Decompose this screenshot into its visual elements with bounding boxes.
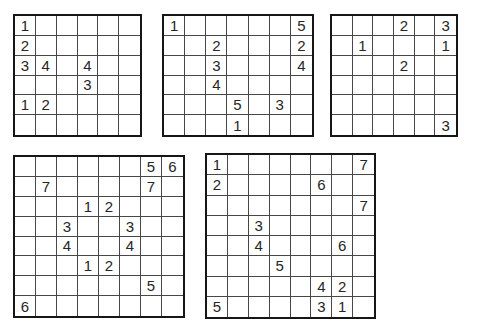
empty-cell[interactable] — [270, 36, 291, 56]
empty-cell[interactable] — [78, 16, 99, 36]
clue-cell[interactable]: 3 — [120, 217, 141, 237]
empty-cell[interactable] — [78, 276, 99, 296]
numberlink-board-bottom-left: 56771233441256 — [13, 155, 185, 318]
empty-cell[interactable] — [36, 115, 57, 135]
clue-cell[interactable]: 3 — [270, 95, 291, 115]
empty-cell[interactable] — [291, 115, 312, 135]
empty-cell[interactable] — [36, 217, 57, 237]
empty-cell[interactable] — [394, 36, 415, 56]
clue-cell[interactable]: 6 — [162, 157, 183, 177]
empty-cell[interactable] — [36, 76, 57, 96]
empty-cell[interactable] — [332, 155, 353, 175]
empty-cell[interactable] — [78, 177, 99, 197]
empty-cell[interactable] — [249, 175, 270, 195]
empty-cell[interactable] — [185, 36, 206, 56]
empty-cell[interactable] — [162, 217, 183, 237]
empty-cell[interactable] — [57, 56, 78, 76]
empty-cell[interactable] — [141, 217, 162, 237]
empty-cell[interactable] — [57, 16, 78, 36]
clue-cell[interactable]: 6 — [15, 296, 36, 316]
empty-cell[interactable] — [291, 236, 312, 256]
empty-cell[interactable] — [78, 157, 99, 177]
empty-cell[interactable] — [162, 276, 183, 296]
empty-cell[interactable] — [311, 196, 332, 216]
empty-cell[interactable] — [228, 155, 249, 175]
empty-cell[interactable] — [36, 197, 57, 217]
empty-cell[interactable] — [353, 16, 374, 36]
numberlink-board-top-right: 231123 — [330, 14, 458, 137]
empty-cell[interactable] — [270, 216, 291, 236]
empty-cell[interactable] — [291, 95, 312, 115]
empty-cell[interactable] — [57, 197, 78, 217]
clue-cell[interactable]: 2 — [36, 95, 57, 115]
empty-cell[interactable] — [270, 236, 291, 256]
clue-cell[interactable]: 5 — [291, 16, 312, 36]
empty-cell[interactable] — [332, 175, 353, 195]
empty-cell[interactable] — [332, 95, 353, 115]
empty-cell[interactable] — [164, 95, 185, 115]
empty-cell[interactable] — [291, 277, 312, 297]
empty-cell[interactable] — [78, 237, 99, 257]
empty-cell[interactable] — [120, 276, 141, 296]
empty-cell[interactable] — [99, 276, 120, 296]
empty-cell[interactable] — [332, 256, 353, 276]
empty-cell[interactable] — [332, 56, 353, 76]
clue-cell[interactable]: 1 — [227, 115, 248, 135]
empty-cell[interactable] — [291, 196, 312, 216]
clue-cell[interactable]: 1 — [78, 256, 99, 276]
clue-cell[interactable]: 2 — [207, 175, 228, 195]
clue-cell[interactable]: 2 — [206, 36, 227, 56]
empty-cell[interactable] — [227, 76, 248, 96]
empty-cell[interactable] — [162, 296, 183, 316]
empty-cell[interactable] — [57, 76, 78, 96]
empty-cell[interactable] — [119, 16, 140, 36]
empty-cell[interactable] — [98, 36, 119, 56]
empty-cell[interactable] — [394, 115, 415, 135]
empty-cell[interactable] — [270, 175, 291, 195]
empty-cell[interactable] — [394, 95, 415, 115]
clue-cell[interactable]: 5 — [270, 256, 291, 276]
empty-cell[interactable] — [270, 115, 291, 135]
clue-cell[interactable]: 2 — [332, 277, 353, 297]
empty-cell[interactable] — [291, 297, 312, 317]
empty-cell[interactable] — [249, 56, 270, 76]
empty-cell[interactable] — [120, 256, 141, 276]
empty-cell[interactable] — [36, 36, 57, 56]
empty-cell[interactable] — [119, 95, 140, 115]
empty-cell[interactable] — [99, 237, 120, 257]
empty-cell[interactable] — [249, 256, 270, 276]
empty-cell[interactable] — [270, 16, 291, 36]
empty-cell[interactable] — [311, 236, 332, 256]
empty-cell[interactable] — [227, 16, 248, 36]
empty-cell[interactable] — [162, 256, 183, 276]
empty-cell[interactable] — [206, 115, 227, 135]
empty-cell[interactable] — [270, 56, 291, 76]
clue-cell[interactable]: 2 — [291, 36, 312, 56]
empty-cell[interactable] — [353, 175, 374, 195]
clue-cell[interactable]: 1 — [332, 297, 353, 317]
empty-cell[interactable] — [206, 16, 227, 36]
empty-cell[interactable] — [57, 296, 78, 316]
empty-cell[interactable] — [332, 36, 353, 56]
clue-cell[interactable]: 6 — [311, 175, 332, 195]
empty-cell[interactable] — [373, 115, 394, 135]
empty-cell[interactable] — [207, 196, 228, 216]
empty-cell[interactable] — [36, 296, 57, 316]
empty-cell[interactable] — [185, 76, 206, 96]
empty-cell[interactable] — [227, 36, 248, 56]
empty-cell[interactable] — [291, 216, 312, 236]
clue-cell[interactable]: 1 — [207, 155, 228, 175]
empty-cell[interactable] — [15, 256, 36, 276]
empty-cell[interactable] — [332, 16, 353, 36]
clue-cell[interactable]: 7 — [353, 196, 374, 216]
empty-cell[interactable] — [332, 216, 353, 236]
empty-cell[interactable] — [98, 16, 119, 36]
empty-cell[interactable] — [270, 297, 291, 317]
empty-cell[interactable] — [15, 76, 36, 96]
empty-cell[interactable] — [270, 196, 291, 216]
empty-cell[interactable] — [120, 177, 141, 197]
empty-cell[interactable] — [99, 157, 120, 177]
empty-cell[interactable] — [311, 256, 332, 276]
empty-cell[interactable] — [415, 36, 436, 56]
empty-cell[interactable] — [99, 177, 120, 197]
empty-cell[interactable] — [249, 16, 270, 36]
empty-cell[interactable] — [249, 155, 270, 175]
empty-cell[interactable] — [435, 56, 456, 76]
clue-cell[interactable]: 2 — [15, 36, 36, 56]
clue-cell[interactable]: 5 — [207, 297, 228, 317]
empty-cell[interactable] — [270, 277, 291, 297]
empty-cell[interactable] — [415, 95, 436, 115]
empty-cell[interactable] — [291, 155, 312, 175]
clue-cell[interactable]: 4 — [120, 237, 141, 257]
empty-cell[interactable] — [228, 277, 249, 297]
empty-cell[interactable] — [98, 95, 119, 115]
empty-cell[interactable] — [249, 95, 270, 115]
empty-cell[interactable] — [15, 237, 36, 257]
empty-cell[interactable] — [162, 197, 183, 217]
empty-cell[interactable] — [373, 36, 394, 56]
clue-cell[interactable]: 2 — [99, 197, 120, 217]
numberlink-board-bottom-right: 17267346542531 — [205, 153, 376, 319]
empty-cell[interactable] — [15, 115, 36, 135]
empty-cell[interactable] — [57, 115, 78, 135]
empty-cell[interactable] — [373, 76, 394, 96]
clue-cell[interactable]: 3 — [435, 115, 456, 135]
empty-cell[interactable] — [120, 157, 141, 177]
empty-cell[interactable] — [373, 95, 394, 115]
empty-cell[interactable] — [249, 277, 270, 297]
empty-cell[interactable] — [435, 76, 456, 96]
empty-cell[interactable] — [394, 76, 415, 96]
clue-cell[interactable]: 2 — [394, 56, 415, 76]
clue-cell[interactable]: 3 — [57, 217, 78, 237]
empty-cell[interactable] — [353, 216, 374, 236]
clue-cell[interactable]: 5 — [141, 157, 162, 177]
empty-cell[interactable] — [332, 115, 353, 135]
empty-cell[interactable] — [15, 177, 36, 197]
empty-cell[interactable] — [207, 256, 228, 276]
empty-cell[interactable] — [249, 115, 270, 135]
empty-cell[interactable] — [36, 237, 57, 257]
empty-cell[interactable] — [98, 115, 119, 135]
empty-cell[interactable] — [228, 216, 249, 236]
empty-cell[interactable] — [435, 95, 456, 115]
clue-cell[interactable]: 4 — [78, 56, 99, 76]
empty-cell[interactable] — [311, 155, 332, 175]
clue-cell[interactable]: 3 — [206, 56, 227, 76]
empty-cell[interactable] — [332, 76, 353, 96]
empty-cell[interactable] — [162, 177, 183, 197]
empty-cell[interactable] — [141, 296, 162, 316]
empty-cell[interactable] — [185, 16, 206, 36]
empty-cell[interactable] — [57, 157, 78, 177]
empty-cell[interactable] — [98, 76, 119, 96]
clue-cell[interactable]: 5 — [227, 95, 248, 115]
clue-cell[interactable]: 4 — [311, 277, 332, 297]
clue-cell[interactable]: 4 — [291, 56, 312, 76]
empty-cell[interactable] — [373, 16, 394, 36]
empty-cell[interactable] — [207, 216, 228, 236]
empty-cell[interactable] — [78, 217, 99, 237]
empty-cell[interactable] — [57, 36, 78, 56]
empty-cell[interactable] — [185, 115, 206, 135]
clue-cell[interactable]: 3 — [78, 76, 99, 96]
empty-cell[interactable] — [270, 76, 291, 96]
clue-cell[interactable]: 7 — [353, 155, 374, 175]
empty-cell[interactable] — [164, 56, 185, 76]
empty-cell[interactable] — [36, 256, 57, 276]
empty-cell[interactable] — [373, 56, 394, 76]
clue-cell[interactable]: 1 — [15, 16, 36, 36]
empty-cell[interactable] — [78, 296, 99, 316]
empty-cell[interactable] — [206, 95, 227, 115]
empty-cell[interactable] — [207, 236, 228, 256]
empty-cell[interactable] — [353, 256, 374, 276]
empty-cell[interactable] — [15, 197, 36, 217]
empty-cell[interactable] — [99, 217, 120, 237]
empty-cell[interactable] — [249, 297, 270, 317]
empty-cell[interactable] — [353, 277, 374, 297]
clue-cell[interactable]: 4 — [206, 76, 227, 96]
empty-cell[interactable] — [36, 16, 57, 36]
clue-cell[interactable]: 4 — [36, 56, 57, 76]
empty-cell[interactable] — [353, 76, 374, 96]
empty-cell[interactable] — [120, 197, 141, 217]
empty-cell[interactable] — [164, 36, 185, 56]
empty-cell[interactable] — [164, 115, 185, 135]
empty-cell[interactable] — [291, 175, 312, 195]
empty-cell[interactable] — [78, 95, 99, 115]
clue-cell[interactable]: 3 — [249, 216, 270, 236]
clue-cell[interactable]: 3 — [15, 56, 36, 76]
empty-cell[interactable] — [98, 56, 119, 76]
numberlink-board-top-middle: 1522344531 — [162, 14, 314, 137]
empty-cell[interactable] — [57, 177, 78, 197]
empty-cell[interactable] — [249, 196, 270, 216]
clue-cell[interactable]: 7 — [36, 177, 57, 197]
empty-cell[interactable] — [207, 277, 228, 297]
empty-cell[interactable] — [353, 95, 374, 115]
clue-cell[interactable]: 5 — [141, 276, 162, 296]
empty-cell[interactable] — [270, 155, 291, 175]
empty-cell[interactable] — [228, 256, 249, 276]
clue-cell[interactable]: 2 — [99, 256, 120, 276]
empty-cell[interactable] — [228, 297, 249, 317]
clue-cell[interactable]: 6 — [332, 236, 353, 256]
empty-cell[interactable] — [249, 36, 270, 56]
empty-cell[interactable] — [57, 95, 78, 115]
clue-cell[interactable]: 1 — [78, 197, 99, 217]
empty-cell[interactable] — [119, 115, 140, 135]
empty-cell[interactable] — [353, 56, 374, 76]
empty-cell[interactable] — [120, 296, 141, 316]
empty-cell[interactable] — [249, 76, 270, 96]
empty-cell[interactable] — [15, 217, 36, 237]
clue-cell[interactable]: 4 — [249, 236, 270, 256]
empty-cell[interactable] — [185, 56, 206, 76]
empty-cell[interactable] — [36, 157, 57, 177]
empty-cell[interactable] — [36, 276, 57, 296]
clue-cell[interactable]: 1 — [164, 16, 185, 36]
empty-cell[interactable] — [164, 76, 185, 96]
empty-cell[interactable] — [119, 36, 140, 56]
empty-cell[interactable] — [332, 196, 353, 216]
clue-cell[interactable]: 3 — [435, 16, 456, 36]
empty-cell[interactable] — [228, 175, 249, 195]
clue-cell[interactable]: 1 — [353, 36, 374, 56]
empty-cell[interactable] — [228, 196, 249, 216]
empty-cell[interactable] — [162, 237, 183, 257]
empty-cell[interactable] — [15, 157, 36, 177]
clue-cell[interactable]: 7 — [141, 177, 162, 197]
empty-cell[interactable] — [119, 76, 140, 96]
empty-cell[interactable] — [228, 236, 249, 256]
empty-cell[interactable] — [141, 237, 162, 257]
empty-cell[interactable] — [353, 236, 374, 256]
clue-cell[interactable]: 1 — [15, 95, 36, 115]
empty-cell[interactable] — [78, 36, 99, 56]
empty-cell[interactable] — [57, 256, 78, 276]
empty-cell[interactable] — [415, 115, 436, 135]
empty-cell[interactable] — [415, 56, 436, 76]
empty-cell[interactable] — [141, 197, 162, 217]
clue-cell[interactable]: 3 — [311, 297, 332, 317]
empty-cell[interactable] — [291, 76, 312, 96]
empty-cell[interactable] — [185, 95, 206, 115]
numberlink-board-top-left: 12344312 — [13, 14, 142, 137]
clue-cell[interactable]: 1 — [435, 36, 456, 56]
empty-cell[interactable] — [415, 76, 436, 96]
empty-cell[interactable] — [99, 296, 120, 316]
empty-cell[interactable] — [353, 115, 374, 135]
clue-cell[interactable]: 2 — [394, 16, 415, 36]
empty-cell[interactable] — [415, 16, 436, 36]
empty-cell[interactable] — [291, 256, 312, 276]
empty-cell[interactable] — [15, 276, 36, 296]
empty-cell[interactable] — [57, 276, 78, 296]
empty-cell[interactable] — [78, 115, 99, 135]
empty-cell[interactable] — [227, 56, 248, 76]
empty-cell[interactable] — [141, 256, 162, 276]
puzzle-sheet: 12344312 1522344531 231123 5677123344125… — [0, 0, 500, 333]
empty-cell[interactable] — [353, 297, 374, 317]
empty-cell[interactable] — [119, 56, 140, 76]
clue-cell[interactable]: 4 — [57, 237, 78, 257]
empty-cell[interactable] — [311, 216, 332, 236]
